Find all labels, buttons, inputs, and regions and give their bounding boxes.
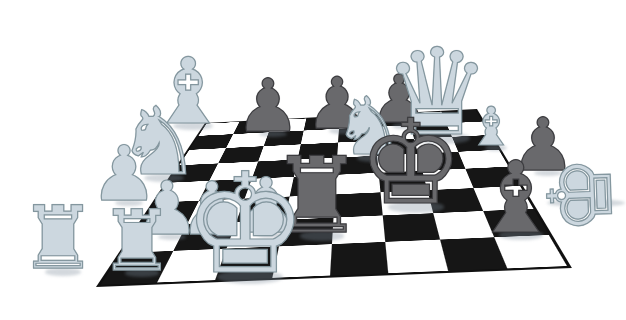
black-pawn-b8[interactable]: ♟	[235, 69, 300, 142]
white-rook-a1[interactable]: ♜	[99, 199, 174, 283]
white-rook-offboard[interactable]: ♜	[19, 195, 97, 282]
black-king-f4[interactable]: ♚	[359, 104, 464, 221]
black-bishop-h2[interactable]: ♝	[472, 148, 561, 247]
chess-illustration: ♝♞♟♜♟♟♟♛♞♝♚♟♟♟♜♝♜♚♟♚	[0, 0, 626, 320]
white-king-c1[interactable]: ♚	[183, 155, 308, 294]
square-f1[interactable]	[386, 239, 448, 273]
